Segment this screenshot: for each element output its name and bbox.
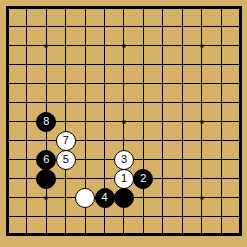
- stone-black-6: 6: [36, 150, 56, 170]
- stone-white-5: 5: [56, 150, 76, 170]
- stone-white-7: 7: [56, 131, 76, 151]
- star-point: [200, 120, 203, 123]
- star-point: [45, 196, 48, 199]
- move-number: 4: [102, 192, 108, 203]
- go-diagram: 87653124: [0, 0, 247, 247]
- star-point: [45, 44, 48, 47]
- stone-black: [36, 169, 56, 189]
- move-number: 2: [140, 173, 146, 184]
- move-number: 1: [121, 173, 127, 184]
- stone-black-8: 8: [36, 112, 56, 132]
- stone-white-3: 3: [114, 150, 134, 170]
- move-number: 7: [63, 135, 69, 146]
- move-number: 8: [43, 116, 49, 127]
- stone-black-2: 2: [133, 169, 153, 189]
- stone-white: [75, 188, 95, 208]
- stones-layer: 87653124: [0, 0, 247, 247]
- move-number: 6: [43, 154, 49, 165]
- move-number: 3: [121, 154, 127, 165]
- stone-white-1: 1: [114, 169, 134, 189]
- star-point: [200, 44, 203, 47]
- star-point: [123, 120, 126, 123]
- star-point: [200, 196, 203, 199]
- move-number: 5: [63, 154, 69, 165]
- stone-black-4: 4: [95, 188, 115, 208]
- stone-black: [114, 188, 134, 208]
- star-point: [123, 44, 126, 47]
